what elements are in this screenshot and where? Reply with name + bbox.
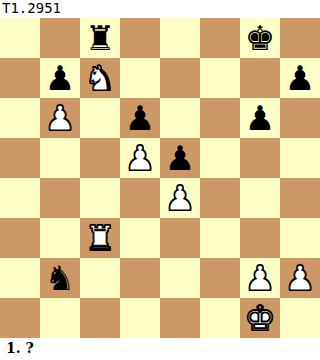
square-g1[interactable]: ♚ (240, 298, 280, 338)
square-a7[interactable] (0, 58, 40, 98)
black-pawn-piece: ♟ (280, 58, 320, 98)
white-knight-piece: ♞ (80, 58, 120, 98)
square-e2[interactable] (160, 258, 200, 298)
square-f8[interactable] (200, 18, 240, 58)
square-d4[interactable] (120, 178, 160, 218)
square-b5[interactable] (40, 138, 80, 178)
square-b2[interactable]: ♞ (40, 258, 80, 298)
black-pawn-piece: ♟ (40, 58, 80, 98)
square-c5[interactable] (80, 138, 120, 178)
square-e6[interactable] (160, 98, 200, 138)
square-h7[interactable]: ♟ (280, 58, 320, 98)
square-d5[interactable]: ♟ (120, 138, 160, 178)
square-d8[interactable] (120, 18, 160, 58)
black-rook-piece: ♜ (80, 18, 120, 58)
square-f4[interactable] (200, 178, 240, 218)
black-pawn-piece: ♟ (240, 98, 280, 138)
square-d6[interactable]: ♟ (120, 98, 160, 138)
square-c4[interactable] (80, 178, 120, 218)
square-a3[interactable] (0, 218, 40, 258)
chess-board: ♜♚♟♞♟♟♟♟♟♟♟♜♞♟♟♚ (0, 18, 320, 338)
square-d2[interactable] (120, 258, 160, 298)
square-a1[interactable] (0, 298, 40, 338)
black-knight-piece: ♞ (40, 258, 80, 298)
square-c6[interactable] (80, 98, 120, 138)
square-d1[interactable] (120, 298, 160, 338)
square-c2[interactable] (80, 258, 120, 298)
square-c7[interactable]: ♞ (80, 58, 120, 98)
white-king-piece: ♚ (240, 298, 280, 338)
white-rook-piece: ♜ (80, 218, 120, 258)
square-g5[interactable] (240, 138, 280, 178)
white-pawn-piece: ♟ (240, 258, 280, 298)
square-b3[interactable] (40, 218, 80, 258)
square-d7[interactable] (120, 58, 160, 98)
square-h2[interactable]: ♟ (280, 258, 320, 298)
square-h5[interactable] (280, 138, 320, 178)
square-g8[interactable]: ♚ (240, 18, 280, 58)
square-d3[interactable] (120, 218, 160, 258)
puzzle-id-label: T1.2951 (2, 0, 61, 18)
square-b4[interactable] (40, 178, 80, 218)
square-e5[interactable]: ♟ (160, 138, 200, 178)
square-g2[interactable]: ♟ (240, 258, 280, 298)
white-pawn-piece: ♟ (120, 138, 160, 178)
black-king-piece: ♚ (240, 18, 280, 58)
square-f3[interactable] (200, 218, 240, 258)
square-f6[interactable] (200, 98, 240, 138)
square-f1[interactable] (200, 298, 240, 338)
square-e8[interactable] (160, 18, 200, 58)
square-a5[interactable] (0, 138, 40, 178)
move-prompt: 1. ? (6, 339, 34, 360)
square-e1[interactable] (160, 298, 200, 338)
square-a8[interactable] (0, 18, 40, 58)
square-b8[interactable] (40, 18, 80, 58)
black-pawn-piece: ♟ (160, 138, 200, 178)
square-g4[interactable] (240, 178, 280, 218)
square-h3[interactable] (280, 218, 320, 258)
square-b6[interactable]: ♟ (40, 98, 80, 138)
square-f7[interactable] (200, 58, 240, 98)
square-c3[interactable]: ♜ (80, 218, 120, 258)
square-e7[interactable] (160, 58, 200, 98)
white-pawn-piece: ♟ (280, 258, 320, 298)
black-pawn-piece: ♟ (120, 98, 160, 138)
square-f2[interactable] (200, 258, 240, 298)
square-h6[interactable] (280, 98, 320, 138)
square-c1[interactable] (80, 298, 120, 338)
square-a6[interactable] (0, 98, 40, 138)
square-h8[interactable] (280, 18, 320, 58)
square-c8[interactable]: ♜ (80, 18, 120, 58)
square-e3[interactable] (160, 218, 200, 258)
square-g6[interactable]: ♟ (240, 98, 280, 138)
white-pawn-piece: ♟ (160, 178, 200, 218)
white-pawn-piece: ♟ (40, 98, 80, 138)
square-e4[interactable]: ♟ (160, 178, 200, 218)
square-g7[interactable] (240, 58, 280, 98)
square-a4[interactable] (0, 178, 40, 218)
square-h1[interactable] (280, 298, 320, 338)
square-b7[interactable]: ♟ (40, 58, 80, 98)
square-a2[interactable] (0, 258, 40, 298)
square-h4[interactable] (280, 178, 320, 218)
square-g3[interactable] (240, 218, 280, 258)
square-b1[interactable] (40, 298, 80, 338)
chess-diagram: T1.2951 ♜♚♟♞♟♟♟♟♟♟♟♜♞♟♟♚ 1. ? (0, 0, 320, 360)
square-f5[interactable] (200, 138, 240, 178)
